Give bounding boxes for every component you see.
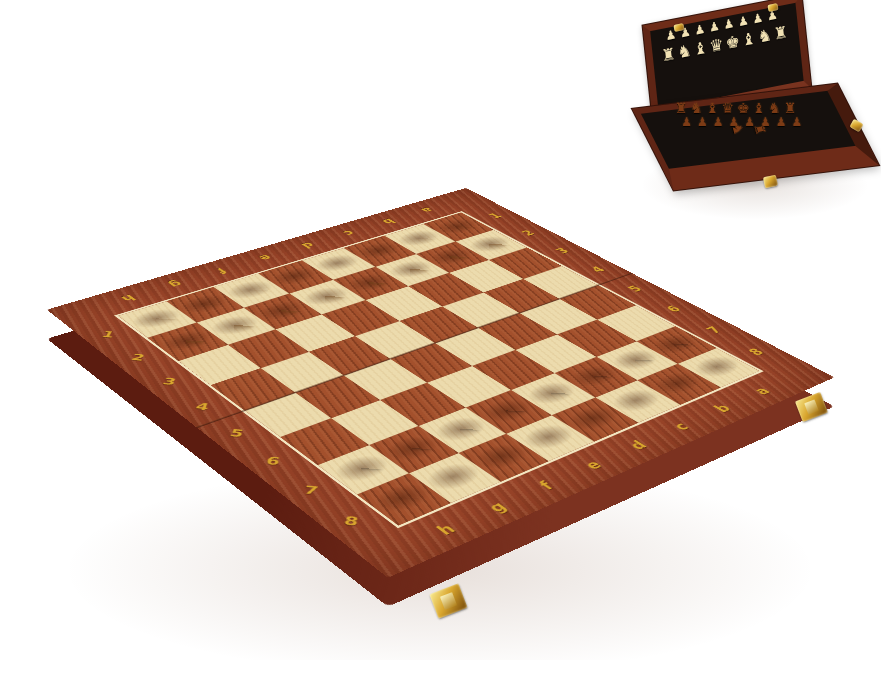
stored-piece-knight: ♞ (690, 100, 706, 116)
stored-piece-rook: ♜ (675, 100, 691, 116)
stored-piece-bishop: ♝ (692, 37, 710, 59)
box-base-interior: ♜♞♝♛♚♝♞♜♟♟♟♟♟♟♟♟♞♜ (632, 84, 879, 191)
stored-piece-bishop: ♝ (741, 28, 759, 50)
stored-piece-bishop: ♝ (706, 100, 722, 116)
stored-piece-queen: ♛ (709, 34, 727, 56)
square-h2: ♟ (147, 322, 227, 360)
stored-piece-rook: ♜ (660, 43, 678, 65)
stored-piece-bishop: ♝ (753, 100, 769, 116)
stored-piece-queen: ♛ (721, 100, 737, 116)
stored-piece-knight: ♞ (768, 100, 784, 116)
square-h8: ♜ (357, 473, 451, 525)
gold-latch-icon (763, 175, 778, 188)
storage-box-inset: ♟♟♟♟♟♟♟♟♜♞♝♛♚♝♞♜ ♜♞♝♛♚♝♞♜♟♟♟♟♟♟♟♟♞♜ (618, 0, 881, 212)
stored-piece-rook: ♜ (773, 22, 791, 44)
stored-piece-pawn: ♟ (723, 15, 739, 32)
product-photo-stage: abcdefgh abcdefgh 87654321 87654321 ♜♞♝♛… (0, 0, 881, 681)
piece-glyph: ♜ (307, 414, 498, 511)
stored-piece-pawn: ♟ (737, 12, 753, 29)
stored-piece-rook: ♜ (784, 100, 800, 116)
stored-piece-king: ♚ (737, 100, 753, 116)
piece-glyph: ♟ (104, 280, 269, 352)
box-base-row-2: ♞♜ (656, 127, 844, 142)
box-base-row-0: ♜♞♝♛♚♝♞♜ (643, 100, 831, 116)
stored-piece-knight: ♞ (757, 25, 775, 47)
stored-piece-pawn: ♟ (708, 18, 724, 35)
